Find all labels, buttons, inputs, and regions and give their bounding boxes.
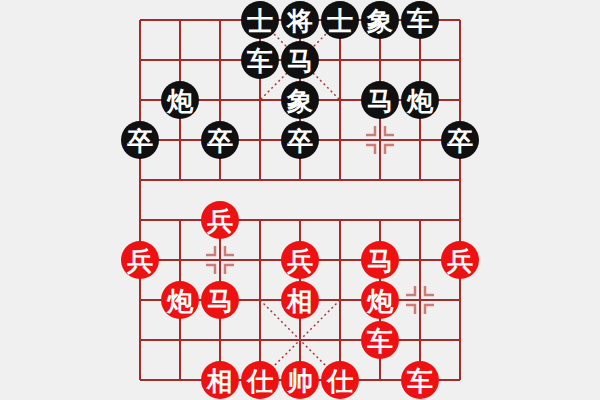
piece-label: 车 bbox=[366, 326, 393, 356]
piece-black-advisor[interactable]: 士 bbox=[321, 1, 359, 39]
piece-label: 仕 bbox=[326, 366, 353, 396]
piece-red-chariot[interactable]: 车 bbox=[361, 321, 399, 359]
xiangqi-board-stage: 士将士象车车马炮象马炮卒卒卒卒兵兵兵马兵炮马相炮车相仕帅仕车 bbox=[0, 0, 600, 400]
piece-label: 车 bbox=[406, 6, 433, 36]
piece-label: 卒 bbox=[127, 126, 153, 156]
piece-red-elephant[interactable]: 相 bbox=[281, 281, 319, 319]
piece-red-horse[interactable]: 马 bbox=[201, 281, 239, 319]
piece-label: 兵 bbox=[286, 246, 313, 276]
piece-black-chariot[interactable]: 车 bbox=[241, 41, 279, 79]
piece-label: 炮 bbox=[166, 86, 194, 116]
piece-label: 马 bbox=[287, 46, 313, 76]
piece-black-soldier[interactable]: 卒 bbox=[441, 121, 479, 159]
piece-label: 兵 bbox=[126, 246, 153, 276]
piece-red-soldier[interactable]: 兵 bbox=[281, 241, 319, 279]
piece-label: 炮 bbox=[166, 286, 194, 316]
piece-red-advisor[interactable]: 仕 bbox=[241, 361, 279, 399]
piece-label: 炮 bbox=[406, 86, 434, 116]
piece-black-elephant[interactable]: 象 bbox=[361, 1, 399, 39]
piece-red-general[interactable]: 帅 bbox=[281, 361, 319, 399]
piece-black-chariot[interactable]: 车 bbox=[401, 1, 439, 39]
piece-red-soldier[interactable]: 兵 bbox=[121, 241, 159, 279]
piece-black-soldier[interactable]: 卒 bbox=[201, 121, 239, 159]
piece-label: 象 bbox=[366, 6, 393, 36]
piece-label: 马 bbox=[367, 246, 393, 276]
piece-label: 马 bbox=[207, 286, 233, 316]
piece-red-horse[interactable]: 马 bbox=[361, 241, 399, 279]
piece-black-soldier[interactable]: 卒 bbox=[281, 121, 319, 159]
piece-label: 兵 bbox=[206, 206, 233, 236]
piece-red-cannon[interactable]: 炮 bbox=[161, 281, 199, 319]
piece-red-advisor[interactable]: 仕 bbox=[321, 361, 359, 399]
piece-label: 将 bbox=[285, 6, 313, 36]
piece-label: 相 bbox=[286, 286, 313, 316]
piece-label: 卒 bbox=[207, 126, 233, 156]
piece-red-chariot[interactable]: 车 bbox=[401, 361, 439, 399]
piece-label: 兵 bbox=[446, 246, 473, 276]
piece-red-cannon[interactable]: 炮 bbox=[361, 281, 399, 319]
xiangqi-board[interactable]: 士将士象车车马炮象马炮卒卒卒卒兵兵兵马兵炮马相炮车相仕帅仕车 bbox=[0, 0, 600, 400]
piece-black-soldier[interactable]: 卒 bbox=[121, 121, 159, 159]
piece-label: 卒 bbox=[287, 126, 313, 156]
piece-label: 帅 bbox=[286, 366, 313, 396]
piece-black-horse[interactable]: 马 bbox=[281, 41, 319, 79]
piece-red-elephant[interactable]: 相 bbox=[201, 361, 239, 399]
piece-label: 车 bbox=[246, 46, 273, 76]
piece-black-cannon[interactable]: 炮 bbox=[161, 81, 199, 119]
piece-label: 仕 bbox=[246, 366, 273, 396]
piece-black-general[interactable]: 将 bbox=[281, 1, 319, 39]
piece-label: 士 bbox=[247, 6, 273, 36]
piece-black-advisor[interactable]: 士 bbox=[241, 1, 279, 39]
piece-red-soldier[interactable]: 兵 bbox=[201, 201, 239, 239]
piece-red-soldier[interactable]: 兵 bbox=[441, 241, 479, 279]
piece-label: 炮 bbox=[366, 286, 394, 316]
piece-label: 相 bbox=[206, 366, 233, 396]
piece-black-cannon[interactable]: 炮 bbox=[401, 81, 439, 119]
piece-label: 象 bbox=[286, 86, 313, 116]
piece-label: 马 bbox=[367, 86, 393, 116]
piece-black-horse[interactable]: 马 bbox=[361, 81, 399, 119]
piece-label: 卒 bbox=[447, 126, 473, 156]
piece-black-elephant[interactable]: 象 bbox=[281, 81, 319, 119]
piece-label: 车 bbox=[406, 366, 433, 396]
piece-label: 士 bbox=[327, 6, 353, 36]
